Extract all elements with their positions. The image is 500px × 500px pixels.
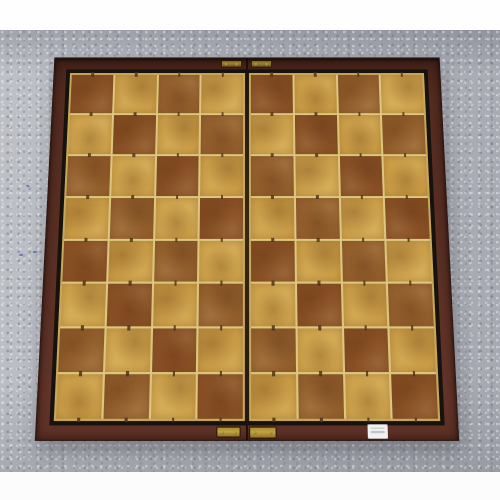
square-d2 (198, 329, 243, 372)
square-a3 (60, 284, 106, 327)
board-black-edging (49, 69, 444, 425)
auction-sticker (367, 424, 388, 438)
square-g4 (341, 240, 386, 282)
square-b5 (109, 198, 153, 239)
square-e3 (251, 284, 295, 327)
square-b8 (114, 75, 157, 113)
square-e7 (251, 115, 293, 154)
square-g8 (337, 75, 380, 113)
square-c2 (152, 329, 197, 372)
square-e4 (251, 240, 295, 282)
square-g1 (345, 374, 391, 418)
square-d7 (201, 115, 243, 154)
carpet-blue-fleck (19, 254, 23, 257)
fold-seam-top-rail (246, 58, 248, 69)
board-half-left (54, 73, 245, 421)
carpet-blue-fleck (33, 251, 37, 253)
square-f1 (298, 374, 344, 418)
square-g6 (339, 156, 383, 196)
photo-of-chessboard (0, 0, 500, 500)
square-b7 (112, 115, 155, 154)
square-h6 (384, 156, 428, 196)
square-h2 (390, 329, 436, 372)
square-h8 (381, 75, 424, 113)
square-d8 (201, 75, 243, 113)
square-c8 (158, 75, 200, 113)
square-d4 (199, 240, 243, 282)
square-b3 (106, 284, 151, 327)
square-c4 (154, 240, 198, 282)
square-h4 (387, 240, 432, 282)
brass-clasp-left (216, 427, 240, 438)
brass-clasp-right (249, 427, 277, 439)
square-h5 (385, 198, 430, 239)
brass-hinge-left (221, 60, 242, 67)
square-d5 (200, 198, 243, 239)
square-a7 (68, 115, 112, 154)
square-g7 (338, 115, 381, 154)
square-h1 (391, 374, 438, 418)
square-e6 (251, 156, 294, 196)
square-h7 (382, 115, 426, 154)
photo-bottom-margin (0, 472, 500, 500)
square-e2 (251, 329, 296, 372)
brass-hinge-right (251, 60, 272, 67)
square-b6 (111, 156, 155, 196)
square-d6 (200, 156, 243, 196)
square-g5 (340, 198, 384, 239)
square-e5 (251, 198, 294, 239)
square-d1 (198, 374, 243, 418)
square-f6 (295, 156, 338, 196)
square-b4 (108, 240, 153, 282)
square-c7 (157, 115, 200, 154)
square-f7 (295, 115, 338, 154)
square-a8 (70, 75, 113, 113)
square-f8 (294, 75, 336, 113)
square-a1 (56, 374, 103, 418)
photo-top-margin (0, 0, 500, 30)
square-c1 (150, 374, 196, 418)
square-e8 (251, 75, 293, 113)
square-f5 (296, 198, 340, 239)
square-b2 (105, 329, 151, 372)
square-a6 (66, 156, 110, 196)
square-a4 (62, 240, 107, 282)
square-a5 (64, 198, 109, 239)
square-g3 (342, 284, 387, 327)
square-g2 (344, 329, 390, 372)
square-d3 (199, 284, 243, 327)
square-e1 (251, 374, 296, 418)
playing-surface (54, 73, 440, 421)
carpet-blue-fleck (26, 184, 30, 187)
fold-seam-bottom-rail (246, 425, 248, 439)
square-f4 (296, 240, 340, 282)
square-b1 (103, 374, 149, 418)
chess-board (35, 57, 459, 441)
board-half-right (249, 73, 440, 421)
square-c5 (155, 198, 199, 239)
square-c3 (153, 284, 198, 327)
square-a2 (58, 329, 104, 372)
square-c6 (156, 156, 199, 196)
square-f2 (297, 329, 342, 372)
board-frame (35, 57, 459, 441)
square-h3 (388, 284, 434, 327)
square-f3 (297, 284, 342, 327)
